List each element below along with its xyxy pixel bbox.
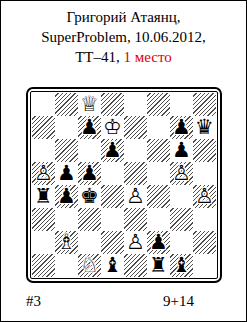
- square-h8: [193, 93, 216, 116]
- stipulation-label: #3: [26, 293, 41, 310]
- black-pawn-b5: ♟: [55, 162, 78, 185]
- black-pawn-c7: ♟: [78, 116, 101, 139]
- square-a3: [32, 208, 55, 231]
- square-d3: [101, 208, 124, 231]
- square-c5: ♟: [78, 162, 101, 185]
- black-rook-f1: ♜: [147, 254, 170, 277]
- square-f6: [147, 139, 170, 162]
- square-b3: [55, 208, 78, 231]
- title-block: Григорий Атаянц, SuperProblem, 10.06.201…: [1, 1, 246, 67]
- black-queen-h7: ♛: [193, 116, 216, 139]
- square-c6: [78, 139, 101, 162]
- square-f5: [147, 162, 170, 185]
- square-g7: ♟: [170, 116, 193, 139]
- white-pawn-h4: ♙: [193, 185, 216, 208]
- square-g6: ♟: [170, 139, 193, 162]
- square-a2: [32, 231, 55, 254]
- black-pawn-b4: ♟: [55, 185, 78, 208]
- square-c1: ♘: [78, 254, 101, 277]
- white-bishop-b2: ♗: [55, 231, 78, 254]
- square-b8: [55, 93, 78, 116]
- square-f3: [147, 208, 170, 231]
- square-h3: [193, 208, 216, 231]
- square-a6: [32, 139, 55, 162]
- white-pawn-g5: ♙: [170, 162, 193, 185]
- white-pawn-a5: ♙: [32, 162, 55, 185]
- square-e1: [124, 254, 147, 277]
- square-e3: [124, 208, 147, 231]
- square-f7: [147, 116, 170, 139]
- square-f2: ♟: [147, 231, 170, 254]
- square-g4: [170, 185, 193, 208]
- white-knight-c1: ♘: [78, 254, 101, 277]
- square-g3: [170, 208, 193, 231]
- white-pawn-e2: ♙: [124, 231, 147, 254]
- material-count-label: 9+14: [163, 293, 194, 310]
- black-pawn-f2: ♟: [147, 231, 170, 254]
- title-award: 1 место: [124, 49, 172, 65]
- square-d1: ♝: [101, 254, 124, 277]
- square-e8: [124, 93, 147, 116]
- title-author: Григорий Атаянц,: [1, 7, 246, 27]
- white-pawn-e4: ♙: [124, 185, 147, 208]
- square-g8: [170, 93, 193, 116]
- square-c2: [78, 231, 101, 254]
- square-d5: [101, 162, 124, 185]
- black-bishop-d1: ♝: [101, 254, 124, 277]
- board-frame-outer: ♕♟♔♟♛♟♟♙♟♟♙♜♟♚♙♙♗♙♟♘♝♜♝: [26, 87, 222, 283]
- square-d4: [101, 185, 124, 208]
- square-g1: ♝: [170, 254, 193, 277]
- square-b4: ♟: [55, 185, 78, 208]
- square-b6: [55, 139, 78, 162]
- square-a4: ♜: [32, 185, 55, 208]
- square-b2: ♗: [55, 231, 78, 254]
- black-king-c4: ♚: [78, 185, 101, 208]
- board-grid: ♕♟♔♟♛♟♟♙♟♟♙♜♟♚♙♙♗♙♟♘♝♜♝: [32, 93, 216, 277]
- square-c8: ♕: [78, 93, 101, 116]
- square-e6: [124, 139, 147, 162]
- square-h4: ♙: [193, 185, 216, 208]
- black-pawn-g6: ♟: [170, 139, 193, 162]
- square-f4: [147, 185, 170, 208]
- square-g5: ♙: [170, 162, 193, 185]
- black-pawn-d6: ♟: [101, 139, 124, 162]
- square-e5: [124, 162, 147, 185]
- square-b5: ♟: [55, 162, 78, 185]
- square-d8: [101, 93, 124, 116]
- square-f8: [147, 93, 170, 116]
- square-a8: [32, 93, 55, 116]
- square-d7: ♔: [101, 116, 124, 139]
- square-h1: [193, 254, 216, 277]
- board-frame-inner: ♕♟♔♟♛♟♟♙♟♟♙♜♟♚♙♙♗♙♟♘♝♜♝: [30, 91, 218, 279]
- square-e4: ♙: [124, 185, 147, 208]
- square-b7: [55, 116, 78, 139]
- square-h2: [193, 231, 216, 254]
- black-bishop-g1: ♝: [170, 254, 193, 277]
- square-d2: [101, 231, 124, 254]
- square-c3: [78, 208, 101, 231]
- square-g2: [170, 231, 193, 254]
- square-e2: ♙: [124, 231, 147, 254]
- square-h5: [193, 162, 216, 185]
- square-e7: [124, 116, 147, 139]
- square-a1: [32, 254, 55, 277]
- title-tourney-line: ТТ–41, 1 место: [1, 47, 246, 67]
- square-f1: ♜: [147, 254, 170, 277]
- black-rook-a4: ♜: [32, 185, 55, 208]
- white-king-d7: ♔: [101, 116, 124, 139]
- black-pawn-g7: ♟: [170, 116, 193, 139]
- title-tourney: ТТ–41,: [75, 49, 123, 65]
- chess-problem-diagram: Григорий Атаянц, SuperProblem, 10.06.201…: [0, 0, 247, 322]
- white-queen-c8: ♕: [78, 93, 101, 116]
- square-h7: ♛: [193, 116, 216, 139]
- square-c7: ♟: [78, 116, 101, 139]
- black-pawn-c5: ♟: [78, 162, 101, 185]
- square-c4: ♚: [78, 185, 101, 208]
- title-source-date: SuperProblem, 10.06.2012,: [1, 27, 246, 47]
- square-a7: [32, 116, 55, 139]
- square-d6: ♟: [101, 139, 124, 162]
- square-h6: [193, 139, 216, 162]
- square-b1: [55, 254, 78, 277]
- square-a5: ♙: [32, 162, 55, 185]
- footer: #3 9+14: [1, 293, 246, 310]
